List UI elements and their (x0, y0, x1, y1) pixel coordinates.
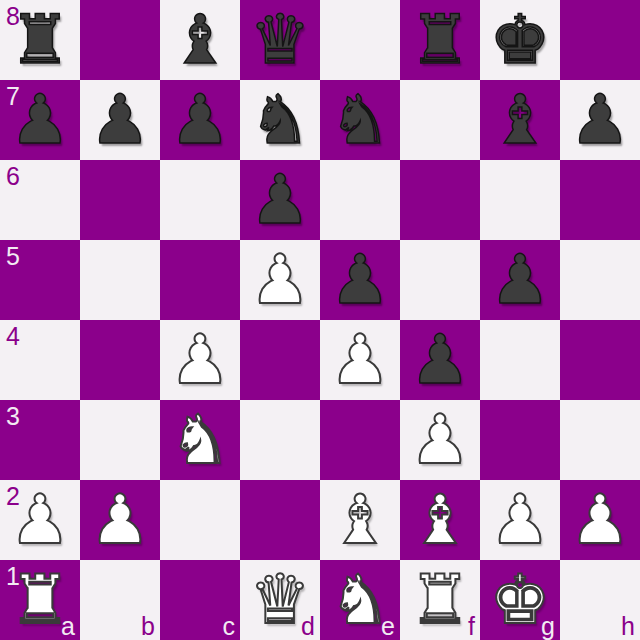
square-b8[interactable] (80, 0, 160, 80)
square-e1[interactable]: ♞e (320, 560, 400, 640)
square-a2[interactable]: ♟2 (0, 480, 80, 560)
square-f8[interactable]: ♜ (400, 0, 480, 80)
piece-white-pawn[interactable]: ♟ (10, 480, 71, 560)
square-g2[interactable]: ♟ (480, 480, 560, 560)
square-c6[interactable] (160, 160, 240, 240)
square-e8[interactable] (320, 0, 400, 80)
square-a4[interactable]: 4 (0, 320, 80, 400)
piece-black-pawn[interactable]: ♟ (10, 80, 71, 160)
square-e3[interactable] (320, 400, 400, 480)
file-label-b: b (141, 614, 155, 639)
square-a7[interactable]: ♟7 (0, 80, 80, 160)
piece-black-pawn[interactable]: ♟ (410, 320, 471, 400)
square-c1[interactable]: c (160, 560, 240, 640)
square-f1[interactable]: ♜f (400, 560, 480, 640)
square-d1[interactable]: ♛d (240, 560, 320, 640)
square-g4[interactable] (480, 320, 560, 400)
piece-black-bishop[interactable]: ♝ (170, 0, 231, 80)
square-g6[interactable] (480, 160, 560, 240)
square-c8[interactable]: ♝ (160, 0, 240, 80)
square-h3[interactable] (560, 400, 640, 480)
square-h8[interactable] (560, 0, 640, 80)
piece-white-pawn[interactable]: ♟ (250, 240, 311, 320)
piece-white-pawn[interactable]: ♟ (570, 480, 631, 560)
square-d3[interactable] (240, 400, 320, 480)
square-a3[interactable]: 3 (0, 400, 80, 480)
square-h1[interactable]: h (560, 560, 640, 640)
square-c5[interactable] (160, 240, 240, 320)
piece-white-rook[interactable]: ♜ (10, 560, 71, 640)
square-b4[interactable] (80, 320, 160, 400)
rank-label-5: 5 (6, 244, 20, 269)
square-g8[interactable]: ♚ (480, 0, 560, 80)
piece-black-knight[interactable]: ♞ (330, 80, 391, 160)
square-c7[interactable]: ♟ (160, 80, 240, 160)
square-b3[interactable] (80, 400, 160, 480)
piece-white-pawn[interactable]: ♟ (90, 480, 151, 560)
square-a1[interactable]: ♜1a (0, 560, 80, 640)
piece-white-bishop[interactable]: ♝ (410, 480, 471, 560)
square-c2[interactable] (160, 480, 240, 560)
chess-board: ♜8♝♛♜♚♟7♟♟♞♞♝♟6♟5♟♟♟4♟♟♟3♞♟♟2♟♝♝♟♟♜1abc♛… (0, 0, 640, 640)
square-f6[interactable] (400, 160, 480, 240)
square-a5[interactable]: 5 (0, 240, 80, 320)
square-h4[interactable] (560, 320, 640, 400)
square-d4[interactable] (240, 320, 320, 400)
square-e2[interactable]: ♝ (320, 480, 400, 560)
piece-white-king[interactable]: ♚ (490, 560, 551, 640)
square-f3[interactable]: ♟ (400, 400, 480, 480)
file-label-c: c (223, 614, 236, 639)
piece-black-pawn[interactable]: ♟ (570, 80, 631, 160)
piece-black-rook[interactable]: ♜ (10, 0, 71, 80)
square-e7[interactable]: ♞ (320, 80, 400, 160)
piece-black-pawn[interactable]: ♟ (90, 80, 151, 160)
square-d2[interactable] (240, 480, 320, 560)
square-b7[interactable]: ♟ (80, 80, 160, 160)
file-label-h: h (621, 614, 635, 639)
square-g1[interactable]: ♚g (480, 560, 560, 640)
piece-black-queen[interactable]: ♛ (250, 0, 311, 80)
piece-white-pawn[interactable]: ♟ (490, 480, 551, 560)
square-b5[interactable] (80, 240, 160, 320)
rank-label-6: 6 (6, 164, 20, 189)
piece-black-bishop[interactable]: ♝ (490, 80, 551, 160)
square-e4[interactable]: ♟ (320, 320, 400, 400)
piece-black-king[interactable]: ♚ (490, 0, 551, 80)
square-f2[interactable]: ♝ (400, 480, 480, 560)
square-h6[interactable] (560, 160, 640, 240)
piece-white-pawn[interactable]: ♟ (170, 320, 231, 400)
rank-label-3: 3 (6, 404, 20, 429)
square-f4[interactable]: ♟ (400, 320, 480, 400)
square-h2[interactable]: ♟ (560, 480, 640, 560)
piece-white-pawn[interactable]: ♟ (410, 400, 471, 480)
square-f7[interactable] (400, 80, 480, 160)
piece-white-queen[interactable]: ♛ (250, 560, 311, 640)
piece-white-knight[interactable]: ♞ (330, 560, 391, 640)
square-e5[interactable]: ♟ (320, 240, 400, 320)
square-b1[interactable]: b (80, 560, 160, 640)
square-d8[interactable]: ♛ (240, 0, 320, 80)
square-b2[interactable]: ♟ (80, 480, 160, 560)
square-h7[interactable]: ♟ (560, 80, 640, 160)
piece-black-rook[interactable]: ♜ (410, 0, 471, 80)
piece-black-pawn[interactable]: ♟ (490, 240, 551, 320)
square-e6[interactable] (320, 160, 400, 240)
square-f5[interactable] (400, 240, 480, 320)
square-b6[interactable] (80, 160, 160, 240)
piece-white-pawn[interactable]: ♟ (330, 320, 391, 400)
piece-black-pawn[interactable]: ♟ (330, 240, 391, 320)
square-a8[interactable]: ♜8 (0, 0, 80, 80)
square-g3[interactable] (480, 400, 560, 480)
square-d6[interactable]: ♟ (240, 160, 320, 240)
piece-black-pawn[interactable]: ♟ (170, 80, 231, 160)
piece-white-knight[interactable]: ♞ (170, 400, 231, 480)
square-c4[interactable]: ♟ (160, 320, 240, 400)
square-g7[interactable]: ♝ (480, 80, 560, 160)
square-a6[interactable]: 6 (0, 160, 80, 240)
piece-black-knight[interactable]: ♞ (250, 80, 311, 160)
square-d5[interactable]: ♟ (240, 240, 320, 320)
piece-white-bishop[interactable]: ♝ (330, 480, 391, 560)
square-c3[interactable]: ♞ (160, 400, 240, 480)
piece-black-pawn[interactable]: ♟ (250, 160, 311, 240)
square-h5[interactable] (560, 240, 640, 320)
piece-white-rook[interactable]: ♜ (410, 560, 471, 640)
rank-label-4: 4 (6, 324, 20, 349)
square-g5[interactable]: ♟ (480, 240, 560, 320)
square-d7[interactable]: ♞ (240, 80, 320, 160)
